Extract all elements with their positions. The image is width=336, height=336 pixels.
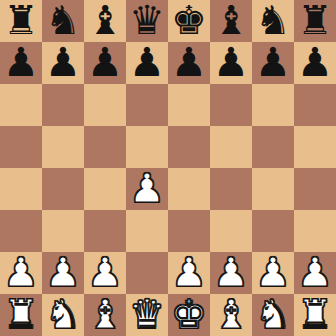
square-e4[interactable] xyxy=(168,168,210,210)
white-rook-icon[interactable]: ♜︎ xyxy=(3,293,39,335)
chess-board: ♜︎♞︎♝︎♛︎♚︎♝︎♞︎♜︎♟︎♟︎♟︎♟︎♟︎♟︎♟︎♟︎♟︎♟︎♟︎♟︎… xyxy=(0,0,336,336)
chess-board-container: ♜︎♞︎♝︎♛︎♚︎♝︎♞︎♜︎♟︎♟︎♟︎♟︎♟︎♟︎♟︎♟︎♟︎♟︎♟︎♟︎… xyxy=(0,0,336,336)
square-e5[interactable] xyxy=(168,126,210,168)
square-d2[interactable] xyxy=(126,252,168,294)
square-d1[interactable]: ♛︎ xyxy=(126,294,168,336)
square-b8[interactable]: ♞︎ xyxy=(42,0,84,42)
black-knight-icon[interactable]: ♞︎ xyxy=(45,0,81,41)
square-a5[interactable] xyxy=(0,126,42,168)
black-pawn-icon[interactable]: ♟︎ xyxy=(129,41,165,83)
square-c3[interactable] xyxy=(84,210,126,252)
square-f8[interactable]: ♝︎ xyxy=(210,0,252,42)
square-a8[interactable]: ♜︎ xyxy=(0,0,42,42)
square-h2[interactable]: ♟︎ xyxy=(294,252,336,294)
square-h3[interactable] xyxy=(294,210,336,252)
square-a2[interactable]: ♟︎ xyxy=(0,252,42,294)
square-g5[interactable] xyxy=(252,126,294,168)
square-c5[interactable] xyxy=(84,126,126,168)
white-knight-icon[interactable]: ♞︎ xyxy=(45,293,81,335)
square-b2[interactable]: ♟︎ xyxy=(42,252,84,294)
square-e6[interactable] xyxy=(168,84,210,126)
square-c4[interactable] xyxy=(84,168,126,210)
black-pawn-icon[interactable]: ♟︎ xyxy=(87,41,123,83)
black-pawn-icon[interactable]: ♟︎ xyxy=(255,41,291,83)
square-d4[interactable]: ♟︎ xyxy=(126,168,168,210)
white-knight-icon[interactable]: ♞︎ xyxy=(255,293,291,335)
black-knight-icon[interactable]: ♞︎ xyxy=(255,0,291,41)
square-f3[interactable] xyxy=(210,210,252,252)
square-g2[interactable]: ♟︎ xyxy=(252,252,294,294)
square-e3[interactable] xyxy=(168,210,210,252)
black-pawn-icon[interactable]: ♟︎ xyxy=(3,41,39,83)
black-pawn-icon[interactable]: ♟︎ xyxy=(45,41,81,83)
square-h8[interactable]: ♜︎ xyxy=(294,0,336,42)
white-bishop-icon[interactable]: ♝︎ xyxy=(213,293,249,335)
square-b6[interactable] xyxy=(42,84,84,126)
square-e8[interactable]: ♚︎ xyxy=(168,0,210,42)
white-bishop-icon[interactable]: ♝︎ xyxy=(87,293,123,335)
square-g1[interactable]: ♞︎ xyxy=(252,294,294,336)
square-e7[interactable]: ♟︎ xyxy=(168,42,210,84)
black-king-icon[interactable]: ♚︎ xyxy=(171,0,207,41)
white-pawn-icon[interactable]: ♟︎ xyxy=(129,167,165,209)
square-c6[interactable] xyxy=(84,84,126,126)
white-pawn-icon[interactable]: ♟︎ xyxy=(255,251,291,293)
square-b4[interactable] xyxy=(42,168,84,210)
black-pawn-icon[interactable]: ♟︎ xyxy=(213,41,249,83)
square-d6[interactable] xyxy=(126,84,168,126)
square-a7[interactable]: ♟︎ xyxy=(0,42,42,84)
square-g4[interactable] xyxy=(252,168,294,210)
square-g3[interactable] xyxy=(252,210,294,252)
square-a1[interactable]: ♜︎ xyxy=(0,294,42,336)
square-d3[interactable] xyxy=(126,210,168,252)
square-d5[interactable] xyxy=(126,126,168,168)
square-g6[interactable] xyxy=(252,84,294,126)
square-b7[interactable]: ♟︎ xyxy=(42,42,84,84)
square-h6[interactable] xyxy=(294,84,336,126)
black-rook-icon[interactable]: ♜︎ xyxy=(297,0,333,41)
white-rook-icon[interactable]: ♜︎ xyxy=(297,293,333,335)
black-bishop-icon[interactable]: ♝︎ xyxy=(87,0,123,41)
square-h5[interactable] xyxy=(294,126,336,168)
black-pawn-icon[interactable]: ♟︎ xyxy=(297,41,333,83)
white-queen-icon[interactable]: ♛︎ xyxy=(129,293,165,335)
white-pawn-icon[interactable]: ♟︎ xyxy=(297,251,333,293)
square-c2[interactable]: ♟︎ xyxy=(84,252,126,294)
square-d7[interactable]: ♟︎ xyxy=(126,42,168,84)
black-pawn-icon[interactable]: ♟︎ xyxy=(171,41,207,83)
square-g7[interactable]: ♟︎ xyxy=(252,42,294,84)
square-b3[interactable] xyxy=(42,210,84,252)
square-b5[interactable] xyxy=(42,126,84,168)
square-f1[interactable]: ♝︎ xyxy=(210,294,252,336)
square-c8[interactable]: ♝︎ xyxy=(84,0,126,42)
square-a4[interactable] xyxy=(0,168,42,210)
black-rook-icon[interactable]: ♜︎ xyxy=(3,0,39,41)
square-f2[interactable]: ♟︎ xyxy=(210,252,252,294)
square-h7[interactable]: ♟︎ xyxy=(294,42,336,84)
white-pawn-icon[interactable]: ♟︎ xyxy=(45,251,81,293)
square-a6[interactable] xyxy=(0,84,42,126)
square-h4[interactable] xyxy=(294,168,336,210)
white-pawn-icon[interactable]: ♟︎ xyxy=(87,251,123,293)
square-f4[interactable] xyxy=(210,168,252,210)
black-queen-icon[interactable]: ♛︎ xyxy=(129,0,165,41)
square-b1[interactable]: ♞︎ xyxy=(42,294,84,336)
square-c1[interactable]: ♝︎ xyxy=(84,294,126,336)
square-a3[interactable] xyxy=(0,210,42,252)
square-f7[interactable]: ♟︎ xyxy=(210,42,252,84)
square-f5[interactable] xyxy=(210,126,252,168)
square-c7[interactable]: ♟︎ xyxy=(84,42,126,84)
white-pawn-icon[interactable]: ♟︎ xyxy=(171,251,207,293)
black-bishop-icon[interactable]: ♝︎ xyxy=(213,0,249,41)
square-h1[interactable]: ♜︎ xyxy=(294,294,336,336)
white-pawn-icon[interactable]: ♟︎ xyxy=(3,251,39,293)
square-e1[interactable]: ♚︎ xyxy=(168,294,210,336)
square-d8[interactable]: ♛︎ xyxy=(126,0,168,42)
square-f6[interactable] xyxy=(210,84,252,126)
square-g8[interactable]: ♞︎ xyxy=(252,0,294,42)
square-e2[interactable]: ♟︎ xyxy=(168,252,210,294)
white-pawn-icon[interactable]: ♟︎ xyxy=(213,251,249,293)
white-king-icon[interactable]: ♚︎ xyxy=(171,293,207,335)
